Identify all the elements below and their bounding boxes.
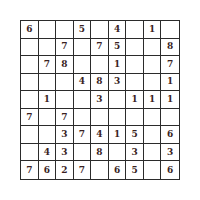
puzzle-board: 6541775878174831131117737415643833762765… xyxy=(20,20,180,180)
cell-digit: 7 xyxy=(26,113,32,122)
cell-digit: 5 xyxy=(131,166,137,175)
grid-cell-r8c3[interactable]: 3 xyxy=(56,144,74,162)
grid-cell-r4c2[interactable] xyxy=(39,74,57,92)
cell-digit: 1 xyxy=(149,95,155,104)
grid-cell-r7c6[interactable]: 1 xyxy=(109,126,127,144)
grid-cell-r1c8[interactable]: 1 xyxy=(144,21,162,39)
cell-digit: 5 xyxy=(114,42,120,51)
grid-cell-r4c8[interactable] xyxy=(144,74,162,92)
cell-digit: 4 xyxy=(44,148,50,157)
grid-cell-r4c5[interactable]: 8 xyxy=(91,74,109,92)
grid-cell-r7c7[interactable]: 5 xyxy=(126,126,144,144)
grid-cell-r4c3[interactable] xyxy=(56,74,74,92)
cell-digit: 3 xyxy=(61,130,67,139)
cell-digit: 1 xyxy=(167,95,173,104)
grid-cell-r2c9[interactable]: 8 xyxy=(161,39,179,57)
cell-digit: 4 xyxy=(79,77,85,86)
cell-digit: 3 xyxy=(114,77,120,86)
grid-cell-r9c9[interactable]: 6 xyxy=(161,161,179,179)
grid-cell-r9c6[interactable]: 6 xyxy=(109,161,127,179)
cell-digit: 1 xyxy=(114,60,120,69)
grid-cell-r6c2[interactable] xyxy=(39,109,57,127)
grid-cell-r4c9[interactable]: 1 xyxy=(161,74,179,92)
grid-cell-r7c3[interactable]: 3 xyxy=(56,126,74,144)
grid-cell-r6c5[interactable] xyxy=(91,109,109,127)
grid-cell-r9c4[interactable]: 7 xyxy=(74,161,92,179)
grid-cell-r9c5[interactable] xyxy=(91,161,109,179)
cell-digit: 1 xyxy=(167,77,173,86)
grid-cell-r5c6[interactable] xyxy=(109,91,127,109)
grid-cell-r6c1[interactable]: 7 xyxy=(21,109,39,127)
grid-cell-r4c1[interactable] xyxy=(21,74,39,92)
grid-cell-r3c6[interactable]: 1 xyxy=(109,56,127,74)
grid-cell-r5c7[interactable]: 1 xyxy=(126,91,144,109)
grid-cell-r5c2[interactable]: 1 xyxy=(39,91,57,109)
cell-digit: 3 xyxy=(167,148,173,157)
grid-cell-r2c6[interactable]: 5 xyxy=(109,39,127,57)
cell-digit: 3 xyxy=(131,148,137,157)
grid-cell-r8c5[interactable]: 8 xyxy=(91,144,109,162)
cell-digit: 6 xyxy=(26,25,32,34)
grid-cell-r1c9[interactable] xyxy=(161,21,179,39)
cell-digit: 5 xyxy=(131,130,137,139)
grid-cell-r5c9[interactable]: 1 xyxy=(161,91,179,109)
grid-cell-r3c4[interactable] xyxy=(74,56,92,74)
grid-cell-r1c2[interactable] xyxy=(39,21,57,39)
grid-cell-r1c5[interactable] xyxy=(91,21,109,39)
cell-digit: 2 xyxy=(61,166,67,175)
grid-cell-r9c2[interactable]: 6 xyxy=(39,161,57,179)
grid-cell-r8c7[interactable]: 3 xyxy=(126,144,144,162)
grid-cell-r2c3[interactable]: 7 xyxy=(56,39,74,57)
grid-cell-r3c3[interactable]: 8 xyxy=(56,56,74,74)
cell-digit: 5 xyxy=(79,25,85,34)
grid-cell-r5c3[interactable] xyxy=(56,91,74,109)
grid-cell-r7c5[interactable]: 4 xyxy=(91,126,109,144)
cell-digit: 7 xyxy=(44,60,50,69)
grid-cell-r7c1[interactable] xyxy=(21,126,39,144)
grid-cell-r8c1[interactable] xyxy=(21,144,39,162)
grid-cell-r7c2[interactable] xyxy=(39,126,57,144)
grid-cell-r6c9[interactable] xyxy=(161,109,179,127)
cell-digit: 8 xyxy=(96,77,102,86)
grid-cell-r9c3[interactable]: 2 xyxy=(56,161,74,179)
cell-digit: 4 xyxy=(96,130,102,139)
grid-cell-r4c7[interactable] xyxy=(126,74,144,92)
grid-cell-r6c3[interactable]: 7 xyxy=(56,109,74,127)
grid-cell-r2c5[interactable]: 7 xyxy=(91,39,109,57)
cell-digit: 1 xyxy=(149,25,155,34)
grid-cell-r2c7[interactable] xyxy=(126,39,144,57)
puzzle-grid: 6541775878174831131117737415643833762765… xyxy=(21,21,179,179)
grid-cell-r1c6[interactable]: 4 xyxy=(109,21,127,39)
grid-cell-r3c8[interactable] xyxy=(144,56,162,74)
cell-digit: 3 xyxy=(96,95,102,104)
grid-cell-r1c4[interactable]: 5 xyxy=(74,21,92,39)
grid-cell-r5c8[interactable]: 1 xyxy=(144,91,162,109)
cell-digit: 4 xyxy=(114,25,120,34)
grid-cell-r7c8[interactable] xyxy=(144,126,162,144)
cell-digit: 7 xyxy=(79,166,85,175)
grid-cell-r7c4[interactable]: 7 xyxy=(74,126,92,144)
cell-digit: 8 xyxy=(167,42,173,51)
cell-digit: 7 xyxy=(96,42,102,51)
grid-cell-r8c6[interactable] xyxy=(109,144,127,162)
grid-cell-r8c2[interactable]: 4 xyxy=(39,144,57,162)
grid-cell-r8c4[interactable] xyxy=(74,144,92,162)
grid-cell-r4c6[interactable]: 3 xyxy=(109,74,127,92)
grid-cell-r9c8[interactable] xyxy=(144,161,162,179)
grid-cell-r2c4[interactable] xyxy=(74,39,92,57)
grid-cell-r3c7[interactable] xyxy=(126,56,144,74)
grid-cell-r3c9[interactable]: 7 xyxy=(161,56,179,74)
grid-cell-r2c1[interactable] xyxy=(21,39,39,57)
grid-cell-r2c2[interactable] xyxy=(39,39,57,57)
grid-cell-r3c5[interactable] xyxy=(91,56,109,74)
cell-digit: 7 xyxy=(167,60,173,69)
cell-digit: 1 xyxy=(44,95,50,104)
grid-cell-r8c8[interactable] xyxy=(144,144,162,162)
grid-cell-r5c4[interactable] xyxy=(74,91,92,109)
grid-cell-r4c4[interactable]: 4 xyxy=(74,74,92,92)
cell-digit: 7 xyxy=(61,42,67,51)
grid-cell-r5c5[interactable]: 3 xyxy=(91,91,109,109)
grid-cell-r6c8[interactable] xyxy=(144,109,162,127)
cell-digit: 1 xyxy=(114,130,120,139)
cell-digit: 7 xyxy=(61,113,67,122)
grid-cell-r1c1[interactable]: 6 xyxy=(21,21,39,39)
grid-cell-r1c7[interactable] xyxy=(126,21,144,39)
cell-digit: 6 xyxy=(167,130,173,139)
grid-cell-r1c3[interactable] xyxy=(56,21,74,39)
grid-cell-r5c1[interactable] xyxy=(21,91,39,109)
grid-cell-r9c7[interactable]: 5 xyxy=(126,161,144,179)
cell-digit: 8 xyxy=(96,148,102,157)
cell-digit: 6 xyxy=(114,166,120,175)
grid-cell-r3c1[interactable] xyxy=(21,56,39,74)
cell-digit: 7 xyxy=(79,130,85,139)
grid-cell-r6c4[interactable] xyxy=(74,109,92,127)
grid-cell-r6c7[interactable] xyxy=(126,109,144,127)
grid-cell-r3c2[interactable]: 7 xyxy=(39,56,57,74)
grid-cell-r2c8[interactable] xyxy=(144,39,162,57)
cell-digit: 7 xyxy=(26,166,32,175)
grid-cell-r8c9[interactable]: 3 xyxy=(161,144,179,162)
grid-cell-r9c1[interactable]: 7 xyxy=(21,161,39,179)
grid-cell-r7c9[interactable]: 6 xyxy=(161,126,179,144)
grid-cell-r6c6[interactable] xyxy=(109,109,127,127)
cell-digit: 6 xyxy=(167,166,173,175)
cell-digit: 8 xyxy=(61,60,67,69)
cell-digit: 3 xyxy=(61,148,67,157)
cell-digit: 6 xyxy=(44,166,50,175)
cell-digit: 1 xyxy=(131,95,137,104)
